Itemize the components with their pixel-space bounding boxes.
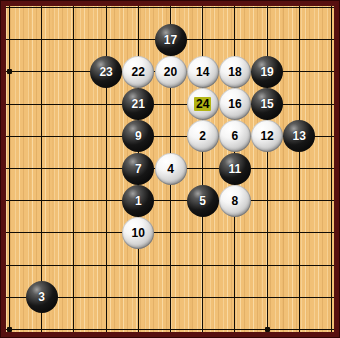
move-number: 23 bbox=[99, 66, 112, 78]
move-number: 6 bbox=[232, 130, 239, 142]
stone-black-21: 21 bbox=[122, 88, 154, 120]
star-point bbox=[7, 69, 12, 74]
stone-white-20: 20 bbox=[155, 56, 187, 88]
stone-white-4: 4 bbox=[155, 153, 187, 185]
stone-black-19: 19 bbox=[251, 56, 283, 88]
grid-line-horizontal-1 bbox=[6, 7, 334, 8]
stone-black-17: 17 bbox=[155, 24, 187, 56]
grid-line-horizontal-8 bbox=[6, 232, 334, 233]
grid-line-vertical-9 bbox=[267, 6, 268, 332]
move-number: 14 bbox=[196, 66, 209, 78]
grid-line-vertical-11 bbox=[331, 6, 332, 332]
goban-wood-surface: 123456789101112131415161718192021222324 bbox=[6, 6, 334, 332]
stone-white-12: 12 bbox=[251, 120, 283, 152]
stone-black-11: 11 bbox=[219, 153, 251, 185]
last-move-number-highlight: 24 bbox=[194, 97, 211, 111]
board-frame: 123456789101112131415161718192021222324 bbox=[0, 0, 340, 338]
grid-line-vertical-1 bbox=[9, 6, 10, 332]
move-number: 3 bbox=[38, 291, 45, 303]
stone-black-1: 1 bbox=[122, 185, 154, 217]
move-number: 4 bbox=[167, 163, 174, 175]
grid-line-vertical-10 bbox=[299, 6, 300, 332]
move-number: 9 bbox=[135, 130, 142, 142]
star-point bbox=[265, 327, 270, 332]
move-number: 15 bbox=[260, 98, 273, 110]
move-number: 17 bbox=[164, 34, 177, 46]
move-number: 13 bbox=[293, 130, 306, 142]
stone-black-13: 13 bbox=[283, 120, 315, 152]
star-point bbox=[7, 327, 12, 332]
stone-white-10: 10 bbox=[122, 217, 154, 249]
move-number: 8 bbox=[232, 195, 239, 207]
stone-white-22: 22 bbox=[122, 56, 154, 88]
move-number: 21 bbox=[132, 98, 145, 110]
move-number: 1 bbox=[135, 195, 142, 207]
grid-line-horizontal-9 bbox=[6, 265, 334, 266]
stone-black-23: 23 bbox=[90, 56, 122, 88]
move-number: 16 bbox=[228, 98, 241, 110]
stone-black-7: 7 bbox=[122, 153, 154, 185]
grid-line-horizontal-7 bbox=[6, 200, 334, 201]
stone-white-6: 6 bbox=[219, 120, 251, 152]
stone-white-16: 16 bbox=[219, 88, 251, 120]
grid-line-vertical-4 bbox=[106, 6, 107, 332]
move-number: 19 bbox=[260, 66, 273, 78]
stone-white-2: 2 bbox=[187, 120, 219, 152]
stone-white-14: 14 bbox=[187, 56, 219, 88]
stone-black-3: 3 bbox=[26, 281, 58, 313]
move-number: 20 bbox=[164, 66, 177, 78]
grid-line-horizontal-4 bbox=[6, 104, 334, 105]
move-number: 5 bbox=[199, 195, 206, 207]
stone-white-24: 24 bbox=[187, 88, 219, 120]
move-number: 10 bbox=[132, 227, 145, 239]
move-number: 11 bbox=[229, 163, 242, 175]
move-number: 7 bbox=[135, 163, 142, 175]
stone-white-18: 18 bbox=[219, 56, 251, 88]
stone-black-5: 5 bbox=[187, 185, 219, 217]
stone-black-15: 15 bbox=[251, 88, 283, 120]
move-number: 2 bbox=[199, 130, 206, 142]
grid-line-vertical-3 bbox=[73, 6, 74, 332]
move-number: 12 bbox=[260, 130, 273, 142]
move-number: 18 bbox=[228, 66, 241, 78]
stone-black-9: 9 bbox=[122, 120, 154, 152]
grid-line-horizontal-11 bbox=[6, 329, 334, 330]
stone-white-8: 8 bbox=[219, 185, 251, 217]
grid-line-vertical-7 bbox=[202, 6, 203, 332]
move-number: 22 bbox=[132, 66, 145, 78]
